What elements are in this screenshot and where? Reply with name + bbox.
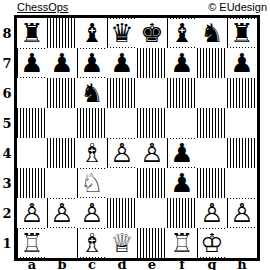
- rank-label-2: 2: [0, 198, 14, 228]
- piece-black-pawn-h7: ♟: [228, 49, 256, 77]
- square-b1: [47, 228, 77, 258]
- piece-white-rook-f1: ♖: [168, 229, 196, 257]
- square-b8: [47, 18, 77, 48]
- square-h3: [227, 168, 257, 198]
- square-h4: [227, 138, 257, 168]
- square-g1: ♔: [197, 228, 227, 258]
- rank-label-3: 3: [0, 168, 14, 198]
- piece-white-queen-d1: ♕: [108, 229, 136, 257]
- piece-white-knight-c3: ♘: [78, 169, 106, 197]
- square-a2: ♙: [17, 198, 47, 228]
- file-label-a: a: [17, 259, 47, 270]
- copyright-credit: © EUdesign: [208, 1, 267, 14]
- square-h5: [227, 108, 257, 138]
- piece-white-pawn-h2: ♙: [228, 199, 256, 227]
- square-e5: [137, 108, 167, 138]
- square-c6: ♞: [77, 78, 107, 108]
- square-e1: [137, 228, 167, 258]
- square-f6: [167, 78, 197, 108]
- piece-black-pawn-f3: ♟: [168, 169, 196, 197]
- square-g5: [197, 108, 227, 138]
- piece-black-rook-a8: ♜: [18, 19, 46, 47]
- rank-label-8: 8: [0, 18, 14, 48]
- file-label-c: c: [77, 259, 107, 270]
- piece-white-pawn-a2: ♙: [18, 199, 46, 227]
- piece-white-bishop-c4: ♗: [78, 139, 106, 167]
- square-b2: ♙: [47, 198, 77, 228]
- piece-white-pawn-b2: ♙: [48, 199, 76, 227]
- square-e8: ♚: [137, 18, 167, 48]
- rank-label-1: 1: [0, 228, 14, 258]
- file-label-d: d: [107, 259, 137, 270]
- square-g7: [197, 48, 227, 78]
- square-b5: [47, 108, 77, 138]
- piece-black-pawn-b7: ♟: [48, 49, 76, 77]
- square-h6: [227, 78, 257, 108]
- square-h1: [227, 228, 257, 258]
- square-f5: [167, 108, 197, 138]
- file-label-f: f: [167, 259, 197, 270]
- rank-labels: 87654321: [0, 18, 14, 258]
- file-label-b: b: [47, 259, 77, 270]
- rank-label-7: 7: [0, 48, 14, 78]
- square-b4: [47, 138, 77, 168]
- rank-label-5: 5: [0, 108, 14, 138]
- square-e3: [137, 168, 167, 198]
- square-f4: ♟: [167, 138, 197, 168]
- piece-white-pawn-e4: ♙: [138, 139, 166, 167]
- square-a4: [17, 138, 47, 168]
- square-d8: ♛: [107, 18, 137, 48]
- file-label-g: g: [197, 259, 227, 270]
- square-b7: ♟: [47, 48, 77, 78]
- square-c8: ♝: [77, 18, 107, 48]
- square-e4: ♙: [137, 138, 167, 168]
- board: ♜♝♛♚♝♞♜♟♟♟♟♟♟♞♗♙♙♟♘♟♙♙♙♙♙♖♗♕♖♔: [14, 15, 260, 261]
- piece-black-bishop-f8: ♝: [168, 19, 196, 47]
- piece-white-bishop-c1: ♗: [78, 229, 106, 257]
- rank-label-4: 4: [0, 138, 14, 168]
- square-c2: ♙: [77, 198, 107, 228]
- square-b6: [47, 78, 77, 108]
- square-h7: ♟: [227, 48, 257, 78]
- square-e2: [137, 198, 167, 228]
- rank-label-6: 6: [0, 78, 14, 108]
- square-f2: [167, 198, 197, 228]
- square-d4: ♙: [107, 138, 137, 168]
- file-label-e: e: [137, 259, 167, 270]
- square-a8: ♜: [17, 18, 47, 48]
- square-a5: [17, 108, 47, 138]
- square-f8: ♝: [167, 18, 197, 48]
- square-c4: ♗: [77, 138, 107, 168]
- piece-white-rook-a1: ♖: [18, 229, 46, 257]
- square-a3: [17, 168, 47, 198]
- square-g8: ♞: [197, 18, 227, 48]
- piece-black-knight-c6: ♞: [78, 79, 106, 107]
- square-d5: [107, 108, 137, 138]
- square-d1: ♕: [107, 228, 137, 258]
- square-f7: ♟: [167, 48, 197, 78]
- piece-white-pawn-c2: ♙: [78, 199, 106, 227]
- square-h8: ♜: [227, 18, 257, 48]
- piece-white-pawn-g2: ♙: [198, 199, 226, 227]
- square-d6: [107, 78, 137, 108]
- piece-black-knight-g8: ♞: [198, 19, 226, 47]
- piece-black-pawn-f7: ♟: [168, 49, 196, 77]
- square-h2: ♙: [227, 198, 257, 228]
- piece-white-pawn-d4: ♙: [108, 139, 136, 167]
- square-e6: [137, 78, 167, 108]
- file-labels: abcdefgh: [17, 259, 257, 270]
- piece-black-queen-d8: ♛: [108, 19, 136, 47]
- square-a7: ♟: [17, 48, 47, 78]
- file-label-h: h: [227, 259, 257, 270]
- piece-black-pawn-c7: ♟: [78, 49, 106, 77]
- square-c3: ♘: [77, 168, 107, 198]
- piece-black-king-e8: ♚: [138, 19, 166, 47]
- piece-black-pawn-d7: ♟: [108, 49, 136, 77]
- square-f3: ♟: [167, 168, 197, 198]
- piece-white-king-g1: ♔: [198, 229, 226, 257]
- square-g2: ♙: [197, 198, 227, 228]
- square-g4: [197, 138, 227, 168]
- square-g6: [197, 78, 227, 108]
- piece-black-bishop-c8: ♝: [78, 19, 106, 47]
- site-title-link[interactable]: ChessOps: [17, 1, 68, 14]
- square-c1: ♗: [77, 228, 107, 258]
- square-d7: ♟: [107, 48, 137, 78]
- square-f1: ♖: [167, 228, 197, 258]
- square-b3: [47, 168, 77, 198]
- piece-black-pawn-f4: ♟: [168, 139, 196, 167]
- piece-black-pawn-a7: ♟: [18, 49, 46, 77]
- square-g3: [197, 168, 227, 198]
- square-d2: [107, 198, 137, 228]
- square-e7: [137, 48, 167, 78]
- square-d3: [107, 168, 137, 198]
- piece-black-rook-h8: ♜: [228, 19, 256, 47]
- square-c7: ♟: [77, 48, 107, 78]
- square-a6: [17, 78, 47, 108]
- square-a1: ♖: [17, 228, 47, 258]
- square-c5: [77, 108, 107, 138]
